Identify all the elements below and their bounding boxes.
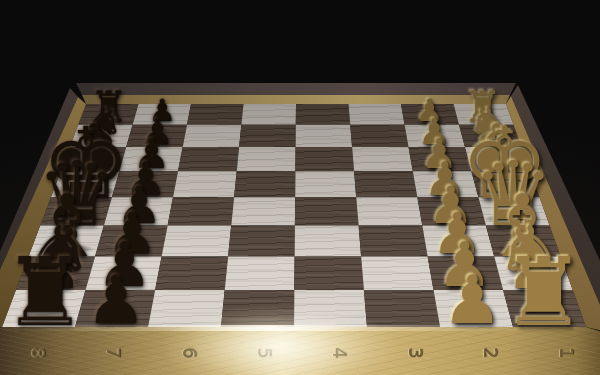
piece-black-pawn-a7: ♟ — [86, 267, 146, 334]
piece-white-rook-a1: ♜ — [501, 245, 586, 340]
piece-black-rook-a8: ♜ — [2, 245, 87, 340]
chess-scene: 87654321 ♜♞♝♛♚♝♞♜♟♟♟♟♟♟♟♟♟♟♟♟♟♟♟♟♜♞♝♛♚♝♞… — [0, 0, 600, 375]
pieces-layer: ♜♞♝♛♚♝♞♜♟♟♟♟♟♟♟♟♟♟♟♟♟♟♟♟♜♞♝♛♚♝♞♜ — [0, 0, 600, 375]
piece-white-pawn-a2: ♟ — [442, 267, 502, 334]
